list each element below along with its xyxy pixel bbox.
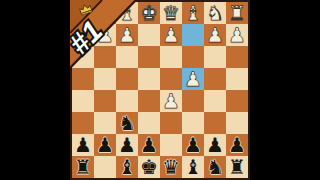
square-h7[interactable]: ♟	[72, 134, 94, 156]
square-h6[interactable]	[72, 112, 94, 134]
square-g3[interactable]	[94, 46, 116, 68]
square-f4[interactable]	[116, 68, 138, 90]
piece-bB-f8: ♝	[116, 156, 138, 178]
square-d1[interactable]: ♛	[160, 2, 182, 24]
square-d8[interactable]: ♛	[160, 156, 182, 178]
square-g2[interactable]: ♟	[94, 24, 116, 46]
square-a8[interactable]: ♜	[226, 156, 248, 178]
square-g7[interactable]: ♟	[94, 134, 116, 156]
square-d6[interactable]	[160, 112, 182, 134]
square-a4[interactable]	[226, 68, 248, 90]
square-g8[interactable]	[94, 156, 116, 178]
square-d2[interactable]: ♟	[160, 24, 182, 46]
square-b1[interactable]: ♞	[204, 2, 226, 24]
square-e7[interactable]: ♟	[138, 134, 160, 156]
square-d7[interactable]	[160, 134, 182, 156]
piece-wP-g2: ♟	[94, 24, 116, 46]
square-h2[interactable]: ♟	[72, 24, 94, 46]
video-thumbnail: ♜♞♝♚♛♝♞♜♟♟♟♟♟♟♟♟♞♟♟♟♟♟♟♟♜♝♚♛♝♞♜ #1	[0, 0, 320, 180]
square-a7[interactable]: ♟	[226, 134, 248, 156]
square-h4[interactable]	[72, 68, 94, 90]
piece-wB-f1: ♝	[116, 2, 138, 24]
square-c4[interactable]: ♟	[182, 68, 204, 90]
square-b7[interactable]: ♟	[204, 134, 226, 156]
square-b3[interactable]	[204, 46, 226, 68]
square-e1[interactable]: ♚	[138, 2, 160, 24]
piece-bP-e7: ♟	[138, 134, 160, 156]
square-b2[interactable]: ♟	[204, 24, 226, 46]
piece-bP-a7: ♟	[226, 134, 248, 156]
square-g6[interactable]	[94, 112, 116, 134]
piece-bP-c7: ♟	[182, 134, 204, 156]
square-g5[interactable]	[94, 90, 116, 112]
square-c7[interactable]: ♟	[182, 134, 204, 156]
piece-wP-f2: ♟	[116, 24, 138, 46]
square-c1[interactable]: ♝	[182, 2, 204, 24]
piece-wN-g1: ♞	[94, 2, 116, 24]
square-c3[interactable]	[182, 46, 204, 68]
piece-bP-f7: ♟	[116, 134, 138, 156]
piece-wN-b1: ♞	[204, 2, 226, 24]
piece-wB-c1: ♝	[182, 2, 204, 24]
square-d5[interactable]: ♟	[160, 90, 182, 112]
piece-wP-h2: ♟	[72, 24, 94, 46]
square-c8[interactable]: ♝	[182, 156, 204, 178]
chess-board: ♜♞♝♚♛♝♞♜♟♟♟♟♟♟♟♟♞♟♟♟♟♟♟♟♜♝♚♛♝♞♜	[70, 0, 250, 180]
square-b5[interactable]	[204, 90, 226, 112]
square-a3[interactable]	[226, 46, 248, 68]
piece-bN-b8: ♞	[204, 156, 226, 178]
piece-wR-h1: ♜	[72, 2, 94, 24]
letterbox-right	[250, 0, 320, 180]
piece-bQ-d8: ♛	[160, 156, 182, 178]
letterbox-left	[0, 0, 70, 180]
square-f7[interactable]: ♟	[116, 134, 138, 156]
square-f1[interactable]: ♝	[116, 2, 138, 24]
square-g4[interactable]	[94, 68, 116, 90]
square-h1[interactable]: ♜	[72, 2, 94, 24]
piece-bP-h7: ♟	[72, 134, 94, 156]
piece-wP-d2: ♟	[160, 24, 182, 46]
piece-bR-a8: ♜	[226, 156, 248, 178]
square-e3[interactable]	[138, 46, 160, 68]
square-h8[interactable]: ♜	[72, 156, 94, 178]
piece-wK-e1: ♚	[138, 2, 160, 24]
square-c5[interactable]	[182, 90, 204, 112]
square-h5[interactable]	[72, 90, 94, 112]
square-b4[interactable]	[204, 68, 226, 90]
square-b8[interactable]: ♞	[204, 156, 226, 178]
piece-bN-f6: ♞	[116, 112, 138, 134]
square-d4[interactable]	[160, 68, 182, 90]
piece-wQ-d1: ♛	[160, 2, 182, 24]
square-b6[interactable]	[204, 112, 226, 134]
square-e6[interactable]	[138, 112, 160, 134]
piece-wP-b2: ♟	[204, 24, 226, 46]
square-e2[interactable]	[138, 24, 160, 46]
square-f5[interactable]	[116, 90, 138, 112]
square-c2[interactable]	[182, 24, 204, 46]
piece-wR-a1: ♜	[226, 2, 248, 24]
piece-bK-e8: ♚	[138, 156, 160, 178]
piece-wP-d5: ♟	[160, 90, 182, 112]
square-a6[interactable]	[226, 112, 248, 134]
square-a1[interactable]: ♜	[226, 2, 248, 24]
piece-bB-c8: ♝	[182, 156, 204, 178]
square-f6[interactable]: ♞	[116, 112, 138, 134]
square-g1[interactable]: ♞	[94, 2, 116, 24]
piece-bP-b7: ♟	[204, 134, 226, 156]
square-a5[interactable]	[226, 90, 248, 112]
square-f2[interactable]: ♟	[116, 24, 138, 46]
piece-bP-g7: ♟	[94, 134, 116, 156]
square-e8[interactable]: ♚	[138, 156, 160, 178]
square-h3[interactable]	[72, 46, 94, 68]
square-e5[interactable]	[138, 90, 160, 112]
piece-wP-a2: ♟	[226, 24, 248, 46]
piece-bR-h8: ♜	[72, 156, 94, 178]
piece-wP-c4: ♟	[182, 68, 204, 90]
square-c6[interactable]	[182, 112, 204, 134]
square-f3[interactable]	[116, 46, 138, 68]
square-d3[interactable]	[160, 46, 182, 68]
square-e4[interactable]	[138, 68, 160, 90]
square-f8[interactable]: ♝	[116, 156, 138, 178]
square-a2[interactable]: ♟	[226, 24, 248, 46]
